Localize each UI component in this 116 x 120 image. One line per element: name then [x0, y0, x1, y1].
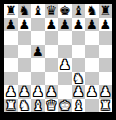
square-f7[interactable]: ♟	[72, 18, 86, 32]
chessboard: ♜♞♝♛♚♝♞♜♟♟♟♟♟♟♟♟♟♞♟♟♟♟♟♟♟♜♞♝♛♚♝♜	[4, 4, 112, 112]
white-knight-f3: ♞	[72, 72, 84, 86]
square-h7[interactable]: ♟	[99, 18, 113, 32]
square-f4[interactable]	[72, 58, 86, 72]
square-d2[interactable]: ♟	[45, 85, 59, 99]
square-b8[interactable]: ♞	[18, 4, 32, 18]
square-f8[interactable]: ♝	[72, 4, 86, 18]
white-knight-b1: ♞	[18, 99, 30, 113]
square-c3[interactable]	[31, 72, 45, 86]
white-pawn-f2: ♟	[72, 85, 84, 99]
square-b2[interactable]: ♟	[18, 85, 32, 99]
black-bishop-f8: ♝	[72, 4, 84, 18]
square-e4[interactable]: ♟	[58, 58, 72, 72]
square-c1[interactable]: ♝	[31, 99, 45, 113]
black-queen-d8: ♛	[45, 4, 57, 18]
square-c4[interactable]	[31, 58, 45, 72]
black-pawn-e7: ♟	[59, 18, 71, 32]
square-g7[interactable]: ♟	[85, 18, 99, 32]
black-pawn-b7: ♟	[18, 18, 30, 32]
square-e6[interactable]	[58, 31, 72, 45]
square-d8[interactable]: ♛	[45, 4, 59, 18]
square-b5[interactable]	[18, 45, 32, 59]
square-b1[interactable]: ♞	[18, 99, 32, 113]
square-b3[interactable]	[18, 72, 32, 86]
square-d3[interactable]	[45, 72, 59, 86]
square-h3[interactable]	[99, 72, 113, 86]
black-pawn-h7: ♟	[99, 18, 111, 32]
square-a8[interactable]: ♜	[4, 4, 18, 18]
square-d7[interactable]: ♟	[45, 18, 59, 32]
square-f6[interactable]	[72, 31, 86, 45]
square-d6[interactable]	[45, 31, 59, 45]
square-b7[interactable]: ♟	[18, 18, 32, 32]
white-bishop-c1: ♝	[32, 99, 44, 113]
square-c8[interactable]: ♝	[31, 4, 45, 18]
square-g4[interactable]	[85, 58, 99, 72]
square-c2[interactable]: ♟	[31, 85, 45, 99]
white-bishop-f1: ♝	[72, 99, 84, 113]
square-h8[interactable]: ♜	[99, 4, 113, 18]
black-pawn-d7: ♟	[45, 18, 57, 32]
square-a6[interactable]	[4, 31, 18, 45]
white-pawn-c2: ♟	[32, 85, 44, 99]
white-king-e1: ♚	[59, 99, 71, 113]
square-a3[interactable]	[4, 72, 18, 86]
square-g5[interactable]	[85, 45, 99, 59]
square-d1[interactable]: ♛	[45, 99, 59, 113]
black-king-e8: ♚	[59, 4, 71, 18]
square-g3[interactable]	[85, 72, 99, 86]
square-e7[interactable]: ♟	[58, 18, 72, 32]
square-e5[interactable]	[58, 45, 72, 59]
square-h1[interactable]: ♜	[99, 99, 113, 113]
square-h5[interactable]	[99, 45, 113, 59]
square-f3[interactable]: ♞	[72, 72, 86, 86]
square-b6[interactable]	[18, 31, 32, 45]
square-d4[interactable]	[45, 58, 59, 72]
black-bishop-c8: ♝	[32, 4, 44, 18]
black-rook-a8: ♜	[5, 4, 17, 18]
square-a4[interactable]	[4, 58, 18, 72]
square-h6[interactable]	[99, 31, 113, 45]
white-pawn-h2: ♟	[99, 85, 111, 99]
square-g1[interactable]	[85, 99, 99, 113]
black-pawn-g7: ♟	[86, 18, 98, 32]
square-f2[interactable]: ♟	[72, 85, 86, 99]
square-f5[interactable]	[72, 45, 86, 59]
black-knight-g8: ♞	[86, 4, 98, 18]
square-e3[interactable]	[58, 72, 72, 86]
black-rook-h8: ♜	[99, 4, 111, 18]
square-f1[interactable]: ♝	[72, 99, 86, 113]
square-b4[interactable]	[18, 58, 32, 72]
white-queen-d1: ♛	[45, 99, 57, 113]
square-d5[interactable]	[45, 45, 59, 59]
square-c7[interactable]	[31, 18, 45, 32]
square-g8[interactable]: ♞	[85, 4, 99, 18]
white-pawn-g2: ♟	[86, 85, 98, 99]
square-e2[interactable]	[58, 85, 72, 99]
square-h2[interactable]: ♟	[99, 85, 113, 99]
white-rook-a1: ♜	[5, 99, 17, 113]
square-g2[interactable]: ♟	[85, 85, 99, 99]
square-h4[interactable]	[99, 58, 113, 72]
white-pawn-d2: ♟	[45, 85, 57, 99]
black-knight-b8: ♞	[18, 4, 30, 18]
white-pawn-a2: ♟	[5, 85, 17, 99]
square-a1[interactable]: ♜	[4, 99, 18, 113]
square-a2[interactable]: ♟	[4, 85, 18, 99]
square-g6[interactable]	[85, 31, 99, 45]
square-c6[interactable]	[31, 31, 45, 45]
square-a5[interactable]	[4, 45, 18, 59]
square-c5[interactable]: ♟	[31, 45, 45, 59]
square-a7[interactable]: ♟	[4, 18, 18, 32]
white-rook-h1: ♜	[99, 99, 111, 113]
square-e1[interactable]: ♚	[58, 99, 72, 113]
black-pawn-f7: ♟	[72, 18, 84, 32]
square-e8[interactable]: ♚	[58, 4, 72, 18]
black-pawn-c5: ♟	[32, 45, 44, 59]
white-pawn-e4: ♟	[59, 58, 71, 72]
black-pawn-a7: ♟	[5, 18, 17, 32]
white-pawn-b2: ♟	[18, 85, 30, 99]
